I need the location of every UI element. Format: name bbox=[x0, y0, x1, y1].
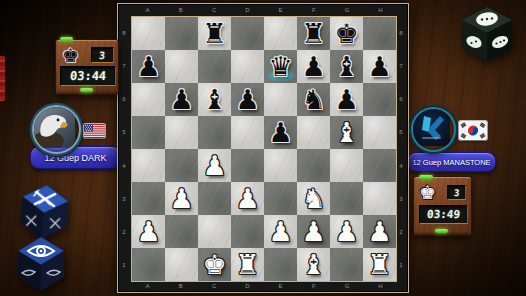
square-a5[interactable] bbox=[132, 116, 165, 149]
black-counter-display: 3 bbox=[91, 47, 114, 63]
chess-board: ABCDEFGH ABCDEFGH 87654321 87654321 ♜♜♚♟… bbox=[117, 3, 409, 293]
square-f5[interactable] bbox=[297, 116, 330, 149]
black-pawn-g6[interactable]: ♟ bbox=[334, 86, 358, 113]
black-king-icon: ♚ bbox=[62, 46, 79, 65]
square-h4[interactable] bbox=[363, 149, 396, 182]
file-label: H bbox=[364, 7, 397, 13]
file-label: B bbox=[164, 283, 197, 289]
black-pawn-h7[interactable]: ♟ bbox=[367, 53, 391, 80]
white-pawn-b3[interactable]: ♟ bbox=[169, 185, 193, 212]
square-f4[interactable] bbox=[297, 149, 330, 182]
black-bishop-c6[interactable]: ♝ bbox=[202, 86, 226, 113]
dice-icon[interactable] bbox=[461, 6, 513, 66]
white-king-c1[interactable]: ♚ bbox=[202, 251, 226, 278]
rank-label: 8 bbox=[121, 16, 127, 49]
black-time-value: 03:44 bbox=[69, 69, 106, 83]
rank-label: 7 bbox=[398, 49, 404, 82]
rank-labels-right: 87654321 bbox=[398, 16, 404, 282]
rank-label: 7 bbox=[121, 49, 127, 82]
square-f1[interactable]: ♝ bbox=[297, 248, 330, 281]
square-b2[interactable] bbox=[165, 215, 198, 248]
file-labels-top: ABCDEFGH bbox=[131, 7, 397, 13]
white-rook-d1[interactable]: ♜ bbox=[235, 251, 259, 278]
white-time-value: 03:49 bbox=[426, 208, 460, 221]
square-g5[interactable]: ♝ bbox=[330, 116, 363, 149]
black-pawn-b6[interactable]: ♟ bbox=[169, 86, 193, 113]
white-bishop-f1[interactable]: ♝ bbox=[301, 251, 325, 278]
square-f3[interactable]: ♞ bbox=[297, 182, 330, 215]
white-clock-led-top bbox=[419, 175, 433, 179]
square-d1[interactable]: ♜ bbox=[231, 248, 264, 281]
square-e5[interactable]: ♟ bbox=[264, 116, 297, 149]
rank-label: 6 bbox=[398, 83, 404, 116]
square-d7[interactable] bbox=[231, 50, 264, 83]
file-label: C bbox=[198, 7, 231, 13]
file-label: D bbox=[231, 7, 264, 13]
black-pawn-d6[interactable]: ♟ bbox=[235, 86, 259, 113]
square-h3[interactable] bbox=[363, 182, 396, 215]
black-rook-f8[interactable]: ♜ bbox=[301, 20, 325, 47]
black-rook-c8[interactable]: ♜ bbox=[202, 20, 226, 47]
square-h1[interactable]: ♜ bbox=[363, 248, 396, 281]
manastone-logo-image bbox=[413, 109, 450, 146]
white-pawn-d3[interactable]: ♟ bbox=[235, 185, 259, 212]
white-pawn-f2[interactable]: ♟ bbox=[301, 218, 325, 245]
rank-label: 5 bbox=[121, 116, 127, 149]
square-e3[interactable] bbox=[264, 182, 297, 215]
black-counter-value: 3 bbox=[99, 50, 106, 61]
square-g1[interactable] bbox=[330, 248, 363, 281]
square-h7[interactable]: ♟ bbox=[363, 50, 396, 83]
square-e6[interactable] bbox=[264, 83, 297, 116]
white-pawn-a2[interactable]: ♟ bbox=[136, 218, 160, 245]
black-pawn-f7[interactable]: ♟ bbox=[301, 53, 325, 80]
black-player-name: 12 Guep DARK bbox=[44, 153, 106, 163]
square-e7[interactable]: ♛ bbox=[264, 50, 297, 83]
square-h6[interactable] bbox=[363, 83, 396, 116]
black-bishop-g7[interactable]: ♝ bbox=[334, 53, 358, 80]
black-clock-led-top bbox=[60, 37, 73, 41]
black-knight-f6[interactable]: ♞ bbox=[301, 86, 325, 113]
white-player-nameplate: 12 Guep MANASTONE bbox=[407, 152, 496, 172]
rank-label: 4 bbox=[398, 149, 404, 182]
black-clock-led-bottom bbox=[80, 88, 93, 92]
square-a8[interactable] bbox=[132, 17, 165, 50]
white-counter-value: 3 bbox=[453, 188, 459, 198]
square-h2[interactable]: ♟ bbox=[363, 215, 396, 248]
square-f7[interactable]: ♟ bbox=[297, 50, 330, 83]
file-label: B bbox=[164, 7, 197, 13]
rank-label: 3 bbox=[398, 182, 404, 215]
square-e4[interactable] bbox=[264, 149, 297, 182]
rank-labels-left: 87654321 bbox=[121, 16, 127, 282]
white-player-clock: ♚ 3 03:49 bbox=[413, 176, 472, 236]
white-pawn-c4[interactable]: ♟ bbox=[202, 152, 226, 179]
square-d4[interactable] bbox=[231, 149, 264, 182]
game-screen: ABCDEFGH ABCDEFGH 87654321 87654321 ♜♜♚♟… bbox=[0, 0, 526, 296]
rank-label: 2 bbox=[398, 216, 404, 249]
square-g7[interactable]: ♝ bbox=[330, 50, 363, 83]
square-b6[interactable]: ♟ bbox=[165, 83, 198, 116]
square-b7[interactable] bbox=[165, 50, 198, 83]
white-pawn-g2[interactable]: ♟ bbox=[334, 218, 358, 245]
square-b5[interactable] bbox=[165, 116, 198, 149]
square-c3[interactable] bbox=[198, 182, 231, 215]
white-knight-f3[interactable]: ♞ bbox=[301, 185, 325, 212]
file-label: E bbox=[264, 7, 297, 13]
rank-label: 1 bbox=[398, 249, 404, 282]
black-king-g8[interactable]: ♚ bbox=[334, 20, 358, 47]
square-d6[interactable]: ♟ bbox=[231, 83, 264, 116]
south-korea-flag bbox=[459, 121, 487, 140]
square-e1[interactable] bbox=[264, 248, 297, 281]
file-label: E bbox=[264, 283, 297, 289]
square-a7[interactable]: ♟ bbox=[132, 50, 165, 83]
file-label: F bbox=[297, 7, 330, 13]
us-flag bbox=[84, 124, 105, 138]
square-c2[interactable] bbox=[198, 215, 231, 248]
square-h5[interactable] bbox=[363, 116, 396, 149]
file-label: A bbox=[131, 7, 164, 13]
square-e2[interactable]: ♟ bbox=[264, 215, 297, 248]
square-a6[interactable] bbox=[132, 83, 165, 116]
file-label: F bbox=[297, 283, 330, 289]
square-c1[interactable]: ♚ bbox=[198, 248, 231, 281]
square-g3[interactable] bbox=[330, 182, 363, 215]
file-label: A bbox=[131, 283, 164, 289]
white-player-name: 12 Guep MANASTONE bbox=[412, 158, 490, 167]
square-a2[interactable]: ♟ bbox=[132, 215, 165, 248]
black-pawn-a7[interactable]: ♟ bbox=[136, 53, 160, 80]
square-c8[interactable]: ♜ bbox=[198, 17, 231, 50]
square-f8[interactable]: ♜ bbox=[297, 17, 330, 50]
left-edge-decoration bbox=[0, 56, 5, 101]
square-d5[interactable] bbox=[231, 116, 264, 149]
rank-label: 5 bbox=[398, 116, 404, 149]
square-b8[interactable] bbox=[165, 17, 198, 50]
white-pawn-e2[interactable]: ♟ bbox=[268, 218, 292, 245]
eye-cube-icon[interactable] bbox=[14, 236, 68, 296]
square-g8[interactable]: ♚ bbox=[330, 17, 363, 50]
square-b4[interactable] bbox=[165, 149, 198, 182]
square-c4[interactable]: ♟ bbox=[198, 149, 231, 182]
square-g2[interactable]: ♟ bbox=[330, 215, 363, 248]
board-squares: ♜♜♚♟♛♟♝♟♟♝♟♞♟♟♝♟♟♟♞♟♟♟♟♟♚♜♝♜ bbox=[131, 16, 397, 282]
bald-eagle-image bbox=[34, 107, 75, 148]
black-pawn-e5[interactable]: ♟ bbox=[268, 119, 292, 146]
square-c6[interactable]: ♝ bbox=[198, 83, 231, 116]
rank-label: 2 bbox=[121, 216, 127, 249]
white-bishop-g5[interactable]: ♝ bbox=[334, 119, 358, 146]
black-queen-e7[interactable]: ♛ bbox=[268, 53, 292, 80]
square-a4[interactable] bbox=[132, 149, 165, 182]
file-label: C bbox=[198, 283, 231, 289]
square-b1[interactable] bbox=[165, 248, 198, 281]
square-b3[interactable]: ♟ bbox=[165, 182, 198, 215]
square-d2[interactable] bbox=[231, 215, 264, 248]
square-g6[interactable]: ♟ bbox=[330, 83, 363, 116]
square-f6[interactable]: ♞ bbox=[297, 83, 330, 116]
white-player-avatar bbox=[411, 107, 456, 152]
square-a3[interactable] bbox=[132, 182, 165, 215]
square-f2[interactable]: ♟ bbox=[297, 215, 330, 248]
white-clock-led-bottom bbox=[435, 229, 448, 233]
white-counter-display: 3 bbox=[447, 185, 466, 200]
square-d3[interactable]: ♟ bbox=[231, 182, 264, 215]
square-d8[interactable] bbox=[231, 17, 264, 50]
rank-label: 6 bbox=[121, 83, 127, 116]
black-player-avatar bbox=[32, 105, 81, 154]
square-c7[interactable] bbox=[198, 50, 231, 83]
file-label: G bbox=[331, 283, 364, 289]
file-label: G bbox=[331, 7, 364, 13]
rank-label: 1 bbox=[121, 249, 127, 282]
white-pawn-h2[interactable]: ♟ bbox=[367, 218, 391, 245]
black-player-clock: ♚ 3 03:44 bbox=[55, 39, 119, 95]
black-time-display: 03:44 bbox=[60, 66, 116, 86]
rank-label: 4 bbox=[121, 149, 127, 182]
white-king-icon: ♚ bbox=[419, 183, 436, 202]
square-c5[interactable] bbox=[198, 116, 231, 149]
square-a1[interactable] bbox=[132, 248, 165, 281]
file-label: D bbox=[231, 283, 264, 289]
rank-label: 3 bbox=[121, 182, 127, 215]
file-label: H bbox=[364, 283, 397, 289]
file-labels-bottom: ABCDEFGH bbox=[131, 283, 397, 289]
square-g4[interactable] bbox=[330, 149, 363, 182]
square-h8[interactable] bbox=[363, 17, 396, 50]
white-time-display: 03:49 bbox=[419, 205, 468, 224]
rank-label: 8 bbox=[398, 16, 404, 49]
white-rook-h1[interactable]: ♜ bbox=[367, 251, 391, 278]
square-e8[interactable] bbox=[264, 17, 297, 50]
